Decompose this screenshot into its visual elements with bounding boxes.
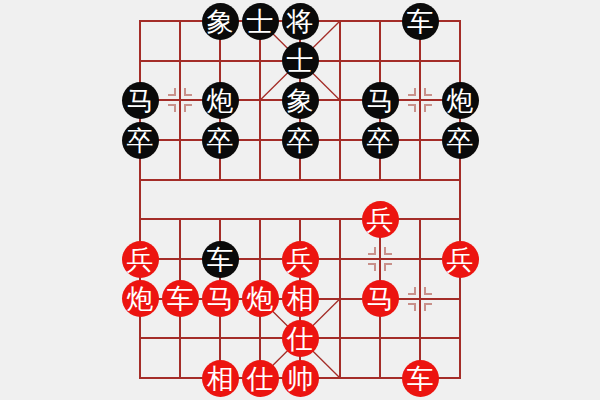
black-cannon-piece[interactable]: 炮: [442, 82, 479, 119]
point-marker-bracket: [168, 88, 176, 96]
black-soldier-piece[interactable]: 卒: [362, 122, 399, 159]
xiangqi-app: 象士将车士马炮象马炮卒卒卒卒卒兵兵车兵兵炮车马炮相马仕相仕帅车: [0, 0, 600, 400]
grid-line-vertical: [339, 20, 341, 181]
grid-line-vertical: [259, 20, 261, 181]
black-cannon-piece[interactable]: 炮: [202, 82, 239, 119]
grid-line-vertical: [419, 20, 421, 181]
point-marker-bracket: [368, 263, 376, 271]
black-general-piece[interactable]: 将: [282, 3, 319, 40]
point-marker-bracket: [384, 247, 392, 255]
black-elephant-piece[interactable]: 象: [282, 82, 319, 119]
red-chariot-piece[interactable]: 车: [402, 360, 439, 397]
red-soldier-piece[interactable]: 兵: [362, 201, 399, 238]
black-elephant-piece[interactable]: 象: [202, 3, 239, 40]
point-marker-bracket: [408, 303, 416, 311]
point-marker-bracket: [368, 247, 376, 255]
point-marker-bracket: [424, 88, 432, 96]
red-soldier-piece[interactable]: 兵: [282, 241, 319, 278]
grid-line-vertical: [179, 20, 181, 181]
black-soldier-piece[interactable]: 卒: [202, 122, 239, 159]
red-soldier-piece[interactable]: 兵: [122, 241, 159, 278]
black-chariot-piece[interactable]: 车: [202, 241, 239, 278]
grid-line-vertical: [419, 218, 421, 379]
xiangqi-board[interactable]: 象士将车士马炮象马炮卒卒卒卒卒兵兵车兵兵炮车马炮相马仕相仕帅车: [0, 0, 600, 400]
point-marker-bracket: [408, 88, 416, 96]
point-marker-bracket: [424, 287, 432, 295]
point-marker-bracket: [168, 104, 176, 112]
black-horse-piece[interactable]: 马: [362, 82, 399, 119]
red-cannon-piece[interactable]: 炮: [242, 280, 279, 317]
black-soldier-piece[interactable]: 卒: [442, 122, 479, 159]
red-advisor-piece[interactable]: 仕: [242, 360, 279, 397]
red-general-piece[interactable]: 帅: [282, 360, 319, 397]
point-marker-bracket: [408, 287, 416, 295]
black-advisor-piece[interactable]: 士: [282, 42, 319, 79]
red-soldier-piece[interactable]: 兵: [442, 241, 479, 278]
point-marker-bracket: [408, 104, 416, 112]
black-chariot-piece[interactable]: 车: [402, 3, 439, 40]
black-advisor-piece[interactable]: 士: [242, 3, 279, 40]
point-marker-bracket: [184, 104, 192, 112]
red-elephant-piece[interactable]: 相: [202, 360, 239, 397]
point-marker-bracket: [184, 88, 192, 96]
red-chariot-piece[interactable]: 车: [162, 280, 199, 317]
black-horse-piece[interactable]: 马: [122, 82, 159, 119]
black-soldier-piece[interactable]: 卒: [282, 122, 319, 159]
black-soldier-piece[interactable]: 卒: [122, 122, 159, 159]
red-advisor-piece[interactable]: 仕: [282, 320, 319, 357]
red-horse-piece[interactable]: 马: [202, 280, 239, 317]
point-marker-bracket: [424, 104, 432, 112]
grid-line-vertical: [459, 20, 461, 379]
grid-line-vertical: [339, 218, 341, 379]
grid-line-vertical: [139, 20, 141, 379]
red-cannon-piece[interactable]: 炮: [122, 280, 159, 317]
point-marker-bracket: [424, 303, 432, 311]
red-elephant-piece[interactable]: 相: [282, 280, 319, 317]
point-marker-bracket: [384, 263, 392, 271]
red-horse-piece[interactable]: 马: [362, 280, 399, 317]
